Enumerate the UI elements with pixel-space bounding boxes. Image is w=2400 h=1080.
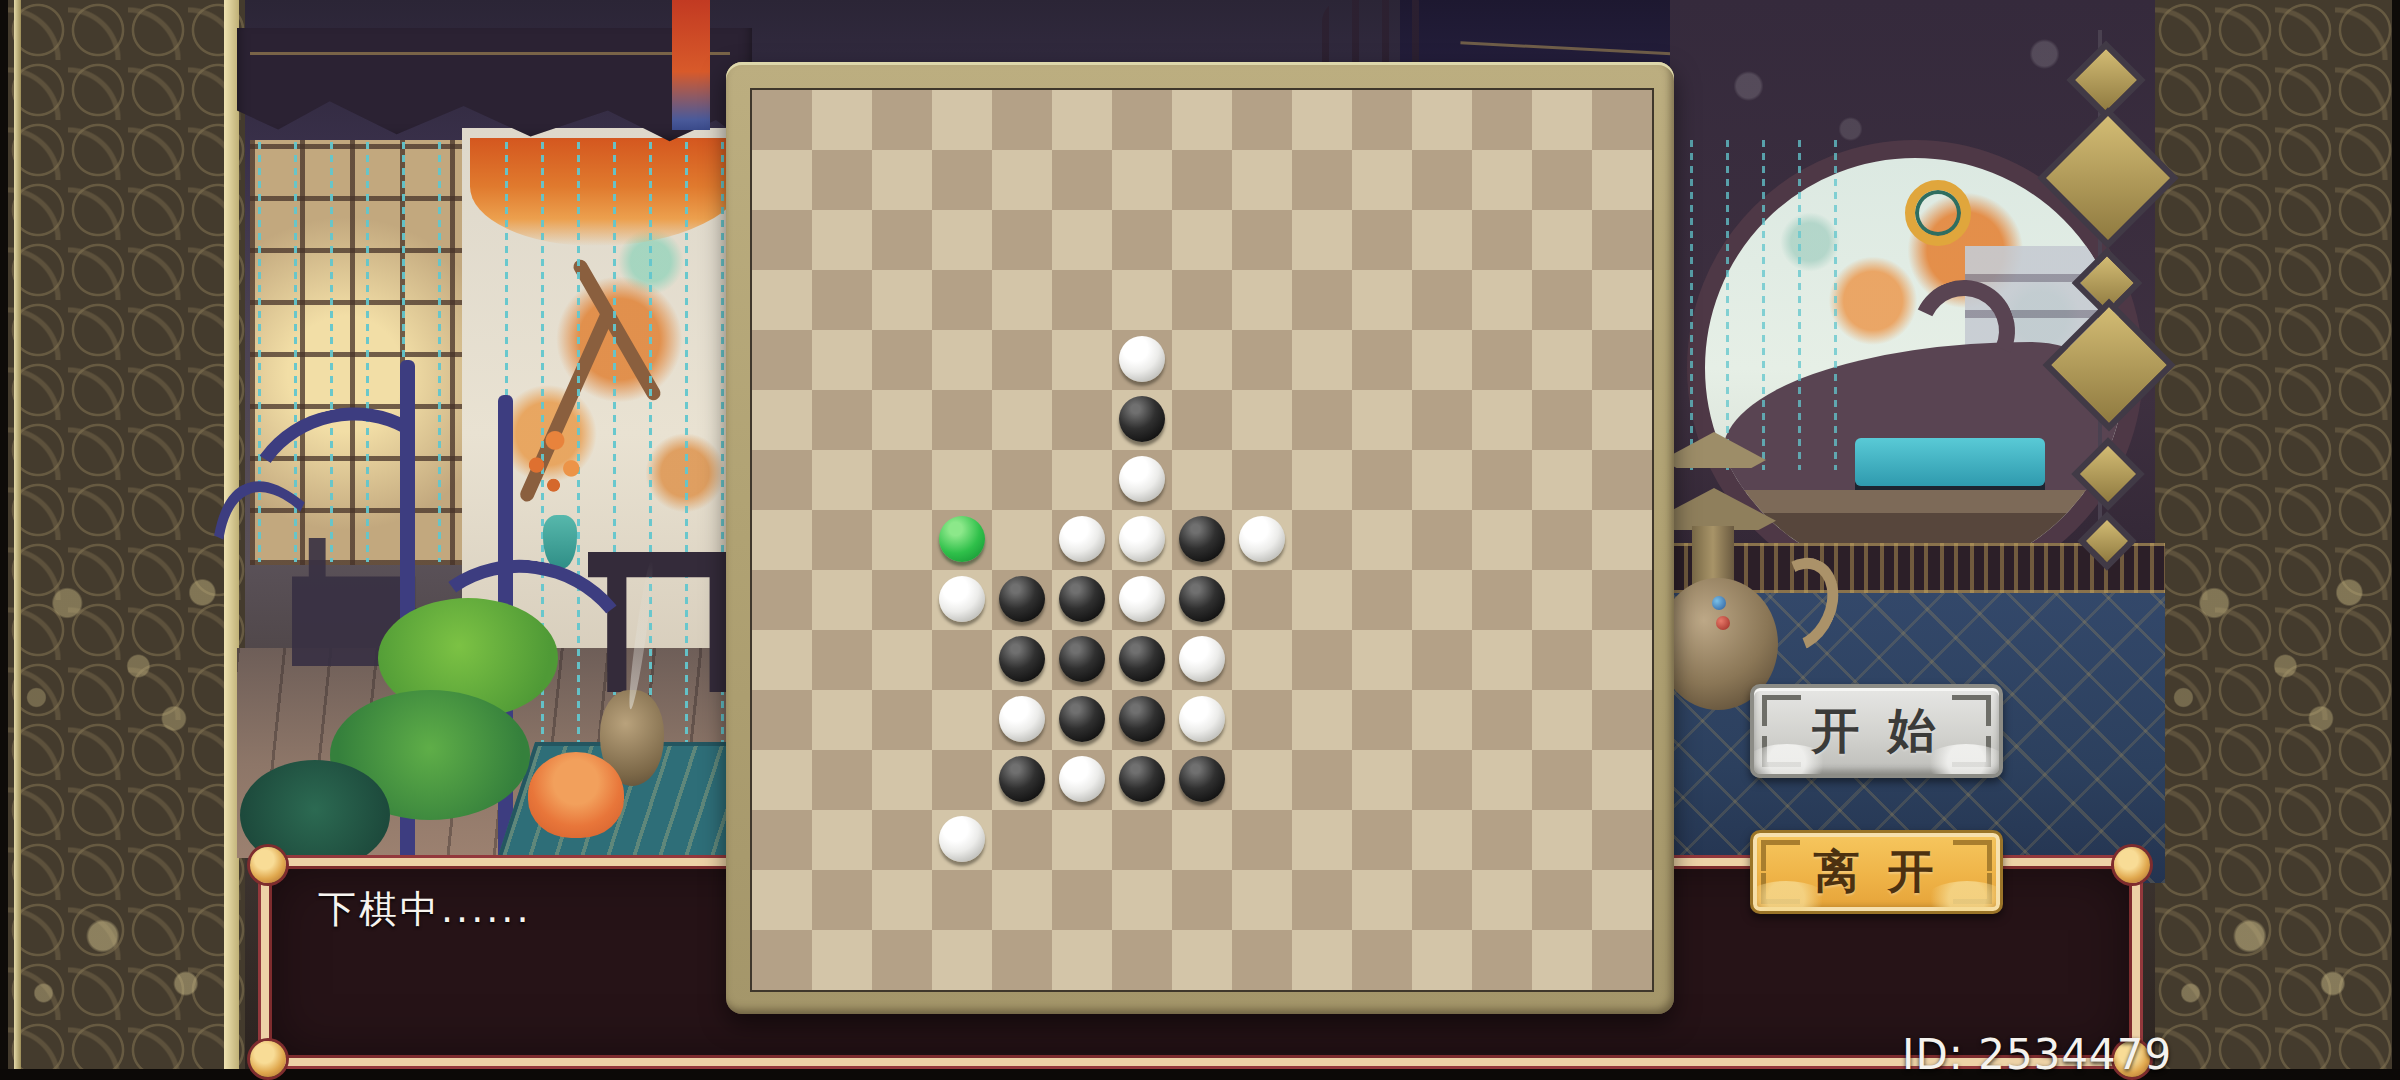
board-cell[interactable] [1112, 450, 1172, 510]
board-cell[interactable] [752, 330, 812, 390]
board-cell[interactable] [1172, 390, 1232, 450]
board-cell[interactable] [1352, 870, 1412, 930]
panel-corner-ornament [250, 1041, 286, 1077]
board-cell[interactable] [752, 90, 812, 150]
black-stone [999, 576, 1045, 622]
board-cell[interactable] [872, 630, 932, 690]
board-cell[interactable] [1472, 810, 1532, 870]
board-cell[interactable] [812, 870, 872, 930]
board-cell[interactable] [1172, 750, 1232, 810]
board-cell[interactable] [1592, 450, 1652, 510]
black-stone [1119, 756, 1165, 802]
board-frame [726, 62, 1674, 1014]
board-cell[interactable] [1472, 630, 1532, 690]
board-cell[interactable] [1412, 450, 1472, 510]
board-cell[interactable] [1532, 810, 1592, 870]
board-cell[interactable] [872, 810, 932, 870]
board-cell[interactable] [1172, 810, 1232, 870]
board-cell[interactable] [1112, 210, 1172, 270]
tassel-ring [1905, 180, 1971, 246]
board-cell[interactable] [1052, 450, 1112, 510]
board-cell[interactable] [812, 330, 872, 390]
board-cell[interactable] [1472, 330, 1532, 390]
corner-bracket [1952, 695, 1991, 726]
board-cell[interactable] [932, 870, 992, 930]
board-cell[interactable] [932, 930, 992, 990]
corner-bracket [1761, 840, 1800, 871]
board-cell[interactable] [1052, 750, 1112, 810]
board-cell[interactable] [752, 810, 812, 870]
board-cell[interactable] [1232, 690, 1292, 750]
board-cell[interactable] [1592, 90, 1652, 150]
board-cell[interactable] [1352, 270, 1412, 330]
board-cell[interactable] [1232, 930, 1292, 990]
board-cell[interactable] [872, 690, 932, 750]
board-cell[interactable] [812, 930, 872, 990]
board-cell[interactable] [872, 930, 932, 990]
board-cell[interactable] [1292, 630, 1352, 690]
board-cell[interactable] [812, 630, 872, 690]
board-cell[interactable] [752, 510, 812, 570]
white-stone [939, 816, 985, 862]
board-cell[interactable] [752, 390, 812, 450]
board-cell[interactable] [1232, 630, 1292, 690]
start-button-label: 开 始 [1811, 699, 1942, 763]
board-cell[interactable] [812, 150, 872, 210]
board-cell[interactable] [1412, 270, 1472, 330]
cloud-pattern [2155, 540, 2392, 750]
white-stone [1119, 336, 1165, 382]
board-cell[interactable] [752, 750, 812, 810]
board-cell[interactable] [1292, 390, 1352, 450]
board-cell[interactable] [1592, 870, 1652, 930]
board-cell[interactable] [1532, 870, 1592, 930]
board-cell[interactable] [1472, 270, 1532, 330]
board-cell[interactable] [1292, 750, 1352, 810]
black-stone [1119, 696, 1165, 742]
board-cell[interactable] [872, 210, 932, 270]
board-cell[interactable] [872, 750, 932, 810]
board-cell[interactable] [1352, 690, 1412, 750]
board-cell[interactable] [812, 390, 872, 450]
board-cell[interactable] [1412, 570, 1472, 630]
board-cell[interactable] [1232, 90, 1292, 150]
board-cell[interactable] [1592, 150, 1652, 210]
white-stone [939, 576, 985, 622]
board-cell[interactable] [1172, 150, 1232, 210]
board-cell[interactable] [1532, 690, 1592, 750]
board-cell[interactable] [1472, 150, 1532, 210]
board-cell[interactable] [752, 630, 812, 690]
black-stone [1179, 576, 1225, 622]
board-cell[interactable] [932, 690, 992, 750]
board-cell[interactable] [812, 570, 872, 630]
board-cell[interactable] [1472, 930, 1532, 990]
board-cell[interactable] [1292, 150, 1352, 210]
board-cell[interactable] [1472, 510, 1532, 570]
board-cell[interactable] [992, 330, 1052, 390]
board-cell[interactable] [1172, 510, 1232, 570]
board-cell[interactable] [1292, 330, 1352, 390]
board-cell[interactable] [1172, 90, 1232, 150]
board-cell[interactable] [932, 810, 992, 870]
board-cell[interactable] [752, 450, 812, 510]
board-cell[interactable] [1592, 630, 1652, 690]
board-cell[interactable] [1532, 270, 1592, 330]
black-stone [1059, 696, 1105, 742]
board-cell[interactable] [1592, 210, 1652, 270]
board-cell[interactable] [1352, 810, 1412, 870]
board-cell[interactable] [1352, 570, 1412, 630]
board-cell[interactable] [1112, 690, 1172, 750]
board-cell[interactable] [1292, 510, 1352, 570]
board-cell[interactable] [1112, 750, 1172, 810]
board-cell[interactable] [1472, 750, 1532, 810]
board-cell[interactable] [1592, 390, 1652, 450]
white-stone [1059, 516, 1105, 562]
orange-flowers [518, 418, 592, 530]
lotus-flower [528, 752, 624, 838]
board-cell[interactable] [1412, 390, 1472, 450]
board-cell[interactable] [872, 90, 932, 150]
board-cell[interactable] [1532, 150, 1592, 210]
board-cell[interactable] [1112, 150, 1172, 210]
board-cell[interactable] [752, 210, 812, 270]
board-cell[interactable] [1052, 270, 1112, 330]
board-cell[interactable] [1412, 510, 1472, 570]
board-cell[interactable] [1352, 330, 1412, 390]
white-stone [1239, 516, 1285, 562]
status-text: 下棋中...... [318, 884, 531, 935]
board-cell[interactable] [812, 450, 872, 510]
start-button[interactable]: 开 始 [1750, 684, 2003, 778]
board-cell[interactable] [1532, 210, 1592, 270]
board-cell[interactable] [1472, 450, 1532, 510]
board-cell[interactable] [1052, 390, 1112, 450]
board-cell[interactable] [1472, 390, 1532, 450]
board-cell[interactable] [992, 570, 1052, 630]
bead-curtain [1690, 140, 1870, 470]
board-cell[interactable] [1052, 510, 1112, 570]
black-stone [1119, 636, 1165, 682]
board-cell[interactable] [1412, 870, 1472, 930]
board-cell[interactable] [1232, 450, 1292, 510]
black-stone [1179, 756, 1225, 802]
board-cell[interactable] [752, 930, 812, 990]
gomoku-board[interactable] [750, 88, 1654, 992]
board-cell[interactable] [932, 570, 992, 630]
board-cell[interactable] [992, 390, 1052, 450]
board-cell[interactable] [872, 390, 932, 450]
board-cell[interactable] [1052, 630, 1112, 690]
board-cell[interactable] [1232, 870, 1292, 930]
board-cell[interactable] [992, 750, 1052, 810]
board-cell[interactable] [1112, 510, 1172, 570]
board-cell[interactable] [1052, 690, 1112, 750]
board-cell[interactable] [1292, 810, 1352, 870]
board-cell[interactable] [1592, 690, 1652, 750]
board-cell[interactable] [1232, 750, 1292, 810]
board-cell[interactable] [1052, 210, 1112, 270]
board-cell[interactable] [1232, 270, 1292, 330]
board-cell[interactable] [932, 390, 992, 450]
board-cell[interactable] [1592, 330, 1652, 390]
board-cell[interactable] [812, 510, 872, 570]
board-cell[interactable] [1232, 150, 1292, 210]
board-cell[interactable] [932, 630, 992, 690]
board-cell[interactable] [1352, 630, 1412, 690]
board-cell[interactable] [1052, 570, 1112, 630]
board-cell[interactable] [1172, 930, 1232, 990]
board-cell[interactable] [1112, 810, 1172, 870]
board-cell[interactable] [812, 810, 872, 870]
board-cell[interactable] [1412, 630, 1472, 690]
valance-trim [250, 52, 730, 55]
panel-corner-ornament [250, 847, 286, 883]
red-pillar [672, 0, 710, 130]
white-stone [999, 696, 1045, 742]
board-cell[interactable] [1592, 510, 1652, 570]
board-cell[interactable] [1532, 750, 1592, 810]
board-cell[interactable] [1112, 390, 1172, 450]
board-cell[interactable] [1172, 270, 1232, 330]
board-cell[interactable] [1532, 390, 1592, 450]
board-cell[interactable] [1352, 90, 1412, 150]
board-cell[interactable] [992, 450, 1052, 510]
board-cell[interactable] [992, 510, 1052, 570]
board-cell[interactable] [752, 690, 812, 750]
board-cell[interactable] [1472, 690, 1532, 750]
board-cell[interactable] [1052, 810, 1112, 870]
board-cell[interactable] [932, 510, 992, 570]
board-cell[interactable] [1232, 210, 1292, 270]
board-cell[interactable] [1352, 210, 1412, 270]
board-cell[interactable] [872, 450, 932, 510]
board-cell[interactable] [1112, 930, 1172, 990]
board-cell[interactable] [992, 870, 1052, 930]
board-cell[interactable] [752, 150, 812, 210]
censer-jewel [1716, 616, 1730, 630]
board-cell[interactable] [992, 210, 1052, 270]
board-cell[interactable] [1112, 90, 1172, 150]
board-cell[interactable] [932, 750, 992, 810]
corner-bracket [1762, 695, 1801, 726]
board-cell[interactable] [872, 870, 932, 930]
board-cell[interactable] [1172, 330, 1232, 390]
board-cell[interactable] [992, 90, 1052, 150]
board-cell[interactable] [1292, 690, 1352, 750]
board-cell[interactable] [752, 570, 812, 630]
board-cell[interactable] [812, 90, 872, 150]
board-cell[interactable] [1112, 630, 1172, 690]
board-cell[interactable] [1352, 390, 1412, 450]
board-cell[interactable] [932, 150, 992, 210]
board-cell[interactable] [812, 690, 872, 750]
board-cell[interactable] [1292, 210, 1352, 270]
board-cell[interactable] [1292, 270, 1352, 330]
board-cell[interactable] [872, 510, 932, 570]
board-cell[interactable] [872, 570, 932, 630]
corner-bracket [1953, 840, 1992, 871]
board-cell[interactable] [1292, 930, 1352, 990]
board-cell[interactable] [932, 210, 992, 270]
censer-jewel [1712, 596, 1726, 610]
black-stone [999, 756, 1045, 802]
board-cell[interactable] [1412, 930, 1472, 990]
right-ornate-border [2155, 0, 2400, 1080]
board-cell[interactable] [1052, 870, 1112, 930]
board-cell[interactable] [752, 270, 812, 330]
board-cell[interactable] [1232, 330, 1292, 390]
board-cell[interactable] [1052, 330, 1112, 390]
board-cell[interactable] [1052, 150, 1112, 210]
white-stone [1119, 456, 1165, 502]
board-cell[interactable] [1412, 750, 1472, 810]
teal-go-board [1855, 438, 2045, 486]
black-stone [1179, 516, 1225, 562]
board-cell[interactable] [1532, 570, 1592, 630]
board-cell[interactable] [812, 270, 872, 330]
board-cell[interactable] [1472, 570, 1532, 630]
board-cell[interactable] [1172, 870, 1232, 930]
board-cell[interactable] [1532, 510, 1592, 570]
board-cell[interactable] [1592, 810, 1652, 870]
board-cell[interactable] [1592, 930, 1652, 990]
board-cell[interactable] [1592, 750, 1652, 810]
panel-corner-ornament [2114, 847, 2150, 883]
board-cell[interactable] [1532, 930, 1592, 990]
board-cell[interactable] [1412, 810, 1472, 870]
black-stone [999, 636, 1045, 682]
board-cell[interactable] [992, 150, 1052, 210]
board-cell[interactable] [1472, 90, 1532, 150]
board-cell[interactable] [1532, 90, 1592, 150]
board-cell[interactable] [1352, 510, 1412, 570]
board-cell[interactable] [812, 210, 872, 270]
board-cell[interactable] [812, 750, 872, 810]
left-ornate-border [0, 0, 245, 1080]
board-cell[interactable] [1232, 510, 1292, 570]
board-cell[interactable] [872, 270, 932, 330]
board-cell[interactable] [1172, 450, 1232, 510]
board-cell[interactable] [1112, 570, 1172, 630]
board-cell[interactable] [872, 150, 932, 210]
board-cell[interactable] [1172, 210, 1232, 270]
board-cell[interactable] [1112, 270, 1172, 330]
board-cell[interactable] [1292, 450, 1352, 510]
board-cell[interactable] [992, 270, 1052, 330]
board-cell[interactable] [1532, 630, 1592, 690]
board-cell[interactable] [932, 330, 992, 390]
white-stone [1179, 696, 1225, 742]
board-cell[interactable] [1532, 330, 1592, 390]
board-cell[interactable] [1052, 930, 1112, 990]
board-cell[interactable] [752, 870, 812, 930]
leave-button-label: 离 开 [1813, 841, 1939, 903]
board-cell[interactable] [1292, 870, 1352, 930]
board-cell[interactable] [992, 930, 1052, 990]
game-screen: 下棋中...... 开 始 离 开 ID: 2534479 [0, 0, 2400, 1080]
board-cell[interactable] [1232, 810, 1292, 870]
white-stone [1119, 516, 1165, 562]
board-cell[interactable] [1292, 90, 1352, 150]
black-stone [1059, 636, 1105, 682]
white-stone [1119, 576, 1165, 622]
board-cell[interactable] [932, 270, 992, 330]
board-cell[interactable] [1592, 270, 1652, 330]
board-cell[interactable] [1352, 750, 1412, 810]
board-cell[interactable] [1112, 330, 1172, 390]
board-cell[interactable] [1412, 690, 1472, 750]
dragon-pattern [8, 860, 245, 1050]
dragon-pattern [2155, 860, 2392, 1050]
board-cell[interactable] [1232, 390, 1292, 450]
board-cell[interactable] [1112, 870, 1172, 930]
board-cell[interactable] [1412, 210, 1472, 270]
board-cell[interactable] [1592, 570, 1652, 630]
white-stone [1179, 636, 1225, 682]
board-cell[interactable] [872, 330, 932, 390]
board-cell[interactable] [992, 630, 1052, 690]
board-cell[interactable] [1172, 570, 1232, 630]
board-cell[interactable] [1052, 90, 1112, 150]
black-stone [1119, 396, 1165, 442]
board-cell[interactable] [1172, 630, 1232, 690]
green-marker-stone [939, 516, 985, 562]
board-cell[interactable] [1352, 150, 1412, 210]
black-stone [1059, 576, 1105, 622]
leave-button[interactable]: 离 开 [1750, 830, 2003, 914]
player-id: ID: 2534479 [1902, 1030, 2172, 1079]
cloud-pattern [8, 540, 245, 750]
board-cell[interactable] [992, 810, 1052, 870]
white-stone [1059, 756, 1105, 802]
board-cell[interactable] [1172, 690, 1232, 750]
board-cell[interactable] [1412, 150, 1472, 210]
board-cell[interactable] [932, 450, 992, 510]
board-cell[interactable] [1472, 870, 1532, 930]
board-cell[interactable] [992, 690, 1052, 750]
board-cell[interactable] [1532, 450, 1592, 510]
board-cell[interactable] [1232, 570, 1292, 630]
board-cell[interactable] [1292, 570, 1352, 630]
board-cell[interactable] [1412, 330, 1472, 390]
board-cell[interactable] [1472, 210, 1532, 270]
board-cell[interactable] [932, 90, 992, 150]
board-cell[interactable] [1412, 90, 1472, 150]
board-cell[interactable] [1352, 930, 1412, 990]
board-cell[interactable] [1352, 450, 1412, 510]
